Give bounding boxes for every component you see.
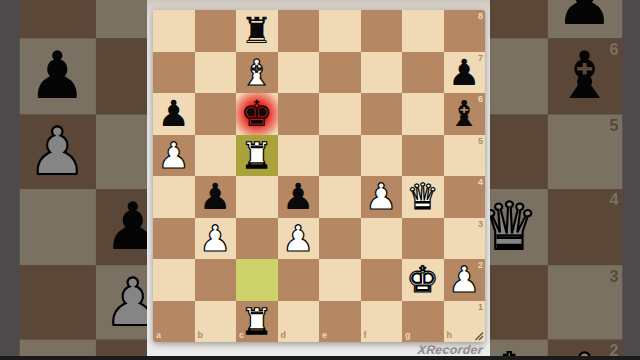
coord-file-d: d [281,331,287,340]
square-g4[interactable]: ♛ [402,176,444,218]
square-d8[interactable] [278,10,320,52]
square-a1[interactable]: a [153,301,195,343]
square-a3[interactable] [153,218,195,260]
square-g1[interactable]: g [402,301,444,343]
square-a2[interactable] [153,259,195,301]
square-b5[interactable] [195,135,237,177]
coord-file-h: h [447,331,453,340]
square-h5[interactable]: 5 [444,135,486,177]
square-c5[interactable]: ♜ [236,135,278,177]
coord-rank-2: 2 [478,261,483,270]
piece-black-pawn[interactable]: ♟ [195,176,237,218]
coord-rank-1: 1 [478,303,483,312]
board-resize-handle[interactable] [474,331,484,341]
square-h3: 3 [547,264,622,339]
piece-black-pawn[interactable]: ♟ [153,93,195,135]
square-e7[interactable] [319,52,361,94]
square-a6[interactable]: ♟ [153,93,195,135]
square-a4[interactable] [153,176,195,218]
coord-rank-3: 3 [478,220,483,229]
piece-white-pawn[interactable]: ♟ [361,176,403,218]
piece-black-rook[interactable]: ♜ [236,10,278,52]
square-c7[interactable]: ♝ [236,52,278,94]
coord-rank-3: 3 [610,268,619,284]
square-b7[interactable] [195,52,237,94]
square-g7[interactable] [402,52,444,94]
square-e3[interactable] [319,218,361,260]
coord-rank-6: 6 [610,42,619,58]
coord-file-e: e [322,331,327,340]
square-h5: 5 [547,114,622,189]
square-f2[interactable] [361,259,403,301]
square-b1[interactable]: b [195,301,237,343]
piece-white-queen[interactable]: ♛ [402,176,444,218]
square-b3[interactable]: ♟ [195,218,237,260]
piece-white-rook[interactable]: ♜ [236,135,278,177]
piece-white-bishop[interactable]: ♝ [236,52,278,94]
square-c4[interactable] [236,176,278,218]
square-b2[interactable] [195,259,237,301]
square-b8[interactable] [195,10,237,52]
square-b6[interactable] [195,93,237,135]
coord-rank-4: 4 [478,178,483,187]
coord-rank-4: 4 [610,193,619,209]
square-f4[interactable]: ♟ [361,176,403,218]
square-h7: ♟7 [547,0,622,38]
coord-file-a: a [156,331,161,340]
square-a6: ♟ [20,38,95,113]
square-c8[interactable]: ♜ [236,10,278,52]
square-a7 [20,0,95,38]
letterbox-bar [0,356,640,360]
chess-board[interactable]: ♜8♝♟7♟♚♝6♟♜5♟♟♟♛4♟♟3♚♟2ab♜cdefgh1 [153,10,485,342]
square-c2[interactable] [236,259,278,301]
square-c1[interactable]: ♜c [236,301,278,343]
square-a8[interactable] [153,10,195,52]
piece-black-king[interactable]: ♚ [236,93,278,135]
square-f5[interactable] [361,135,403,177]
square-h8[interactable]: 8 [444,10,486,52]
square-a3 [20,264,95,339]
piece-black-pawn: ♟ [547,0,622,38]
square-c3[interactable] [236,218,278,260]
square-d3[interactable]: ♟ [278,218,320,260]
square-a5: ♟ [20,114,95,189]
square-h6: ♝6 [547,38,622,113]
square-e8[interactable] [319,10,361,52]
square-f7[interactable] [361,52,403,94]
square-f1[interactable]: f [361,301,403,343]
coord-rank-8: 8 [478,12,483,21]
coord-rank-5: 5 [610,117,619,133]
square-a4 [20,189,95,264]
piece-white-pawn[interactable]: ♟ [195,218,237,260]
square-e5[interactable] [319,135,361,177]
coord-rank-5: 5 [478,137,483,146]
square-h7[interactable]: ♟7 [444,52,486,94]
square-d5[interactable] [278,135,320,177]
xrecorder-watermark: XRecorder [146,343,483,357]
piece-white-pawn[interactable]: ♟ [278,218,320,260]
square-d6[interactable] [278,93,320,135]
coord-file-c: c [239,331,244,340]
square-b4[interactable]: ♟ [195,176,237,218]
square-f6[interactable] [361,93,403,135]
square-g6[interactable] [402,93,444,135]
coord-file-b: b [198,331,204,340]
coord-file-g: g [405,331,411,340]
square-d7[interactable] [278,52,320,94]
square-g5[interactable] [402,135,444,177]
square-e4[interactable] [319,176,361,218]
square-f8[interactable] [361,10,403,52]
piece-black-pawn[interactable]: ♟ [278,176,320,218]
video-frame: ♜8♝♟7♟♚♝6♟♜5♟♟♟♛4♟♟3♚♟2ab♜cdefgh1 ♜8♝♟7♟… [0,0,640,360]
square-g8[interactable] [402,10,444,52]
square-e6[interactable] [319,93,361,135]
square-h6[interactable]: ♝6 [444,93,486,135]
coord-file-f: f [364,331,367,340]
piece-white-pawn[interactable]: ♟ [153,135,195,177]
square-h4[interactable]: 4 [444,176,486,218]
coord-rank-6: 6 [478,95,483,104]
square-h4: 4 [547,189,622,264]
square-a5[interactable]: ♟ [153,135,195,177]
square-c6[interactable]: ♚ [236,93,278,135]
square-f3[interactable] [361,218,403,260]
square-d4[interactable]: ♟ [278,176,320,218]
square-e1[interactable]: e [319,301,361,343]
square-h3[interactable]: 3 [444,218,486,260]
square-g3[interactable] [402,218,444,260]
piece-white-pawn: ♟ [20,114,95,189]
square-a7[interactable] [153,52,195,94]
square-g2[interactable]: ♚ [402,259,444,301]
piece-black-pawn: ♟ [20,38,95,113]
piece-white-king[interactable]: ♚ [402,259,444,301]
square-h2[interactable]: ♟2 [444,259,486,301]
coord-rank-7: 7 [478,54,483,63]
square-d2[interactable] [278,259,320,301]
square-e2[interactable] [319,259,361,301]
square-d1[interactable]: d [278,301,320,343]
